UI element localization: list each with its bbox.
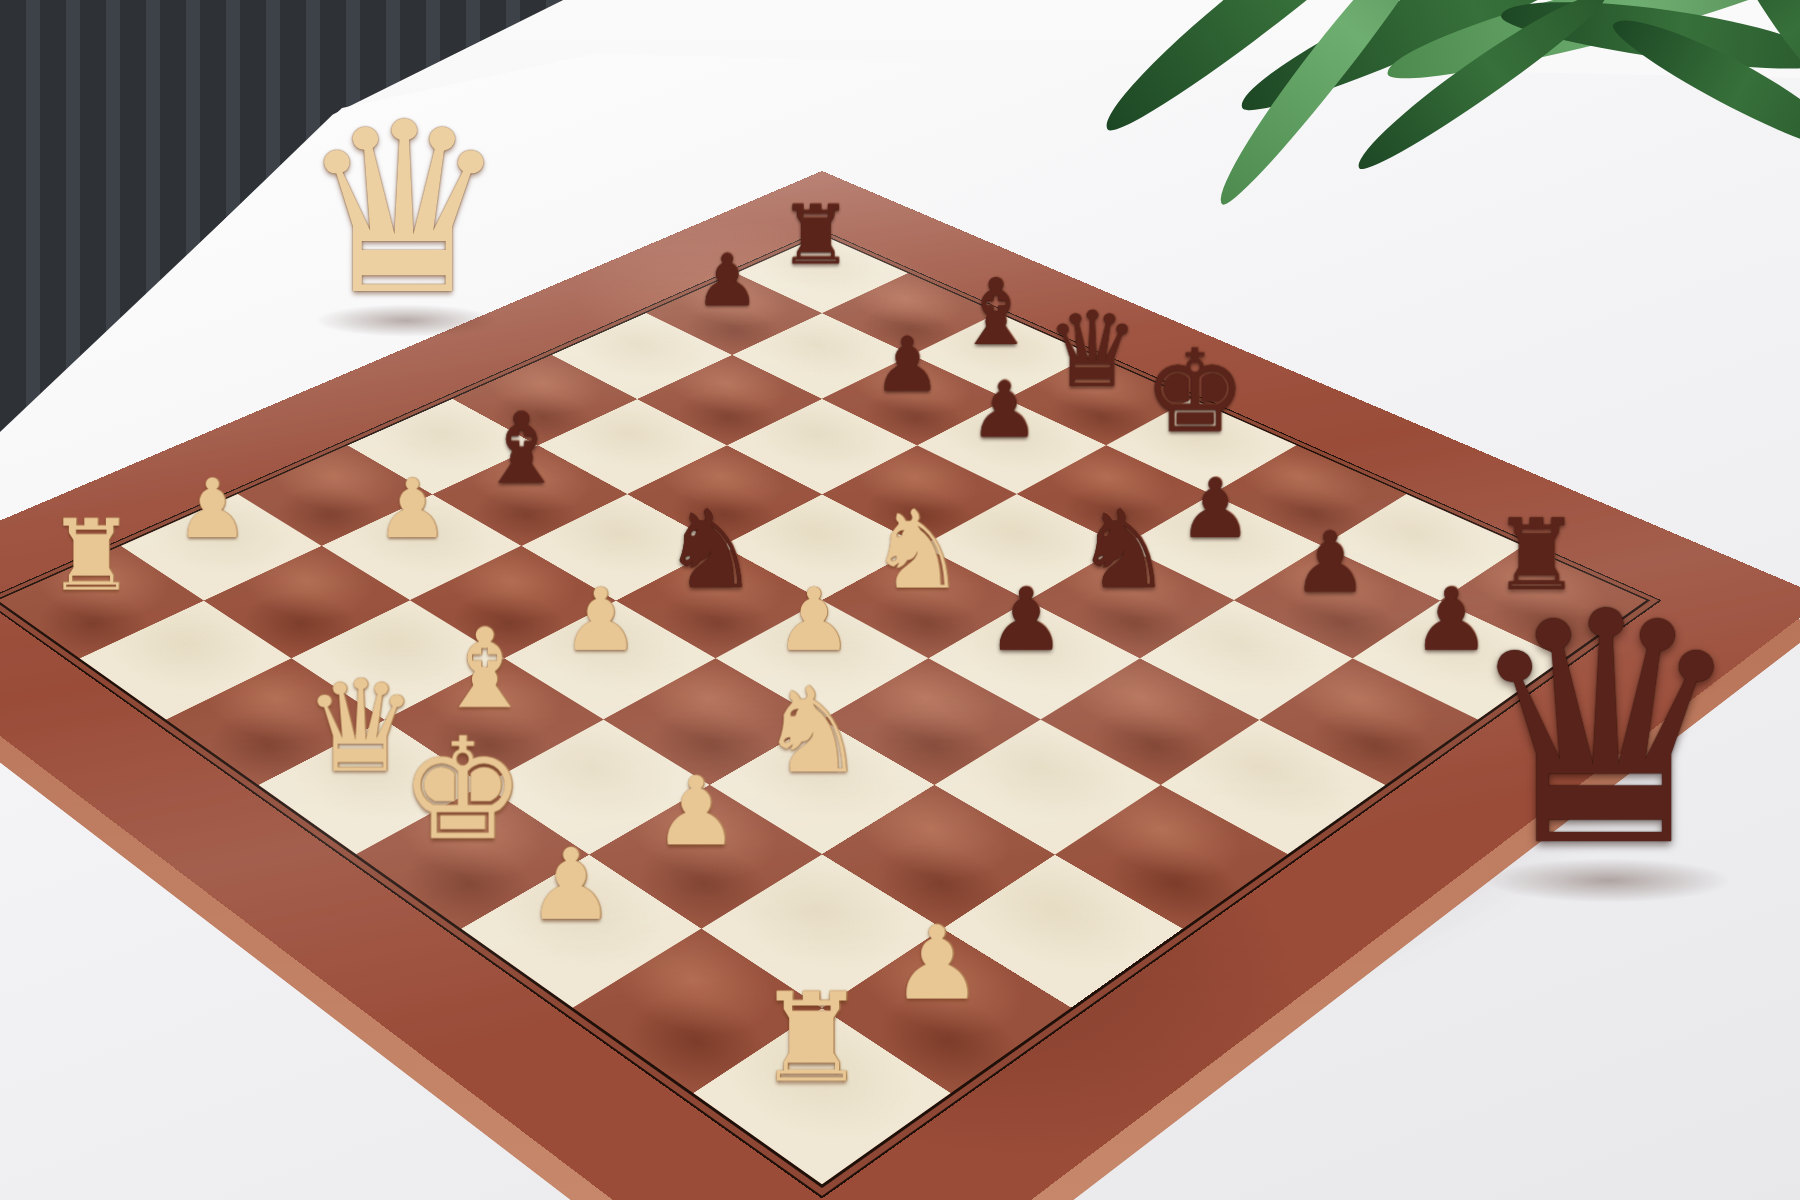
- black-bishop-b4[interactable]: ♝: [477, 399, 565, 498]
- black-knight-f6[interactable]: ♞: [1075, 496, 1172, 604]
- black-rook-a8[interactable]: ♜: [778, 194, 851, 276]
- square-a8[interactable]: ♜: [736, 235, 907, 313]
- piece-shadow: [315, 304, 497, 337]
- white-pawn-e4[interactable]: ♟: [775, 576, 853, 663]
- white-pawn-a2[interactable]: ♟: [175, 468, 248, 550]
- white-knight-f3[interactable]: ♞: [760, 671, 866, 790]
- black-pawn-d7[interactable]: ♟: [970, 371, 1040, 449]
- white-pawn-f1[interactable]: ♟: [527, 836, 615, 935]
- black-knight-d4[interactable]: ♞: [662, 496, 759, 604]
- black-bishop-c8[interactable]: ♝: [954, 267, 1036, 358]
- black-pawn-f5[interactable]: ♟: [987, 576, 1065, 663]
- black-pawn-g7[interactable]: ♟: [1292, 521, 1368, 605]
- black-pawn-a7[interactable]: ♟: [695, 244, 759, 316]
- off-board-white-queen[interactable]: ♛: [298, 92, 510, 328]
- black-pawn-f7[interactable]: ♟: [1179, 468, 1252, 550]
- white-king-e1[interactable]: ♚: [399, 719, 525, 860]
- white-pawn-h2[interactable]: ♟: [891, 912, 982, 1014]
- white-pawn-b3[interactable]: ♟: [376, 468, 449, 550]
- black-queen-d8[interactable]: ♛: [1045, 298, 1139, 402]
- photo-scene: ♜♝♛♚♜♟♟♟♟♟♟♞♞♟♝♞♟♟♟♞♟♝♟♟♜♛♚♟♜ ♛♛: [0, 0, 1800, 1200]
- white-pawn-d3[interactable]: ♟: [562, 576, 640, 663]
- white-knight-e5[interactable]: ♞: [868, 496, 965, 604]
- piece-shadow: [1485, 858, 1732, 903]
- black-king-e8[interactable]: ♚: [1143, 335, 1246, 450]
- white-pawn-f2[interactable]: ♟: [653, 765, 738, 860]
- off-board-black-queen[interactable]: ♛: [1462, 570, 1749, 890]
- white-rook-a1[interactable]: ♜: [47, 506, 135, 604]
- black-pawn-c7[interactable]: ♟: [873, 327, 941, 403]
- white-rook-h1[interactable]: ♜: [756, 977, 866, 1100]
